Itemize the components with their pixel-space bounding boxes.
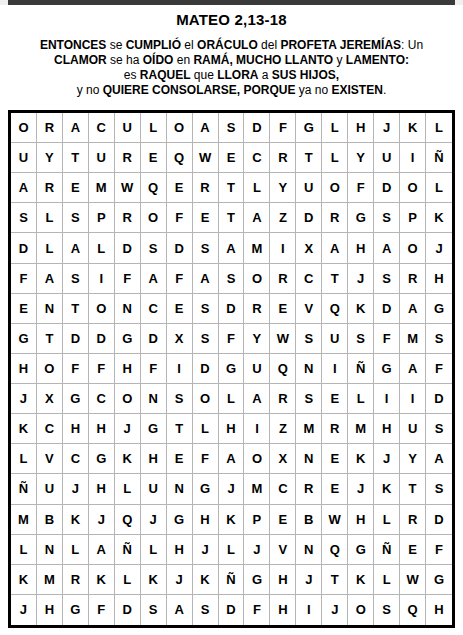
grid-cell[interactable]: L — [141, 535, 167, 565]
grid-cell[interactable]: M — [348, 414, 374, 444]
grid-cell[interactable]: Q — [400, 595, 426, 625]
grid-cell[interactable]: D — [296, 203, 322, 233]
passage-text: y no — [77, 83, 103, 97]
grid-cell[interactable]: L — [115, 474, 141, 504]
grid-cell[interactable]: G — [426, 565, 452, 595]
grid-cell[interactable]: A — [11, 173, 37, 203]
grid-cell[interactable]: R — [400, 264, 426, 294]
grid-cell[interactable]: H — [89, 414, 115, 444]
grid-cell[interactable]: J — [141, 505, 167, 535]
grid-cell[interactable]: Y — [400, 444, 426, 474]
grid-cell[interactable]: I — [400, 143, 426, 173]
grid-cell[interactable]: D — [374, 294, 400, 324]
grid-cell[interactable]: L — [219, 535, 245, 565]
grid-cell[interactable]: G — [193, 474, 219, 504]
grid-cell[interactable]: T — [322, 565, 348, 595]
grid-cell[interactable]: G — [219, 354, 245, 384]
grid-cell[interactable]: A — [63, 113, 89, 143]
grid-cell[interactable]: S — [193, 595, 219, 625]
grid-cell[interactable]: S — [426, 324, 452, 354]
grid-cell[interactable]: F — [141, 354, 167, 384]
grid-cell[interactable]: F — [89, 595, 115, 625]
grid-cell[interactable]: R — [37, 173, 63, 203]
grid-cell[interactable]: H — [270, 565, 296, 595]
grid-cell[interactable]: J — [167, 565, 193, 595]
grid-cell[interactable]: K — [11, 565, 37, 595]
grid-cell[interactable]: S — [63, 203, 89, 233]
grid-cell[interactable]: E — [11, 294, 37, 324]
grid-cell[interactable]: Ñ — [374, 535, 400, 565]
grid-cell[interactable]: L — [426, 173, 452, 203]
grid-cell[interactable]: D — [167, 233, 193, 263]
grid-cell[interactable]: V — [37, 444, 63, 474]
grid-cell[interactable]: E — [270, 294, 296, 324]
grid-cell[interactable]: I — [89, 264, 115, 294]
grid-cell[interactable]: V — [296, 294, 322, 324]
grid-cell[interactable]: P — [244, 505, 270, 535]
grid-cell[interactable]: S — [167, 384, 193, 414]
grid-cell[interactable]: I — [374, 384, 400, 414]
grid-cell[interactable]: J — [296, 565, 322, 595]
grid-cell[interactable]: U — [37, 474, 63, 504]
grid-cell[interactable]: U — [141, 474, 167, 504]
grid-cell[interactable]: S — [63, 264, 89, 294]
grid-cell[interactable]: A — [37, 264, 63, 294]
grid-cell[interactable]: K — [141, 565, 167, 595]
grid-cell[interactable]: D — [193, 354, 219, 384]
grid-cell[interactable]: Q — [115, 505, 141, 535]
grid-cell[interactable]: G — [115, 324, 141, 354]
grid-cell[interactable]: N — [141, 384, 167, 414]
grid-cell[interactable]: E — [167, 173, 193, 203]
grid-cell[interactable]: H — [167, 535, 193, 565]
grid-cell[interactable]: S — [426, 414, 452, 444]
grid-cell[interactable]: J — [374, 113, 400, 143]
grid-cell[interactable]: S — [426, 474, 452, 504]
grid-cell[interactable]: Y — [348, 143, 374, 173]
grid-cell[interactable]: E — [322, 384, 348, 414]
grid-cell[interactable]: L — [374, 565, 400, 595]
grid-cell[interactable]: I — [167, 354, 193, 384]
grid-cell[interactable]: N — [296, 354, 322, 384]
grid-cell[interactable]: R — [244, 294, 270, 324]
grid-cell[interactable]: T — [63, 294, 89, 324]
grid-cell[interactable]: E — [322, 444, 348, 474]
grid-cell[interactable]: A — [141, 264, 167, 294]
grid-cell[interactable]: B — [296, 505, 322, 535]
grid-cell[interactable]: A — [244, 203, 270, 233]
grid-cell[interactable]: Q — [167, 143, 193, 173]
grid-cell[interactable]: L — [37, 203, 63, 233]
grid-cell[interactable]: A — [219, 233, 245, 263]
grid-cell[interactable]: O — [400, 233, 426, 263]
grid-cell[interactable]: F — [426, 354, 452, 384]
grid-cell[interactable]: N — [296, 535, 322, 565]
grid-cell[interactable]: Ñ — [426, 143, 452, 173]
grid-cell[interactable]: G — [63, 384, 89, 414]
passage-text: : Un — [401, 38, 423, 52]
grid-cell[interactable]: H — [11, 354, 37, 384]
grid-cell[interactable]: K — [115, 444, 141, 474]
grid-cell[interactable]: L — [115, 565, 141, 595]
grid-cell[interactable]: R — [63, 565, 89, 595]
grid-cell[interactable]: J — [11, 384, 37, 414]
passage-text: en — [173, 53, 193, 67]
grid-cell[interactable]: T — [167, 414, 193, 444]
grid-cell[interactable]: F — [167, 203, 193, 233]
grid-cell[interactable]: A — [63, 233, 89, 263]
grid-cell[interactable]: V — [270, 535, 296, 565]
grid-cell[interactable]: F — [426, 535, 452, 565]
grid-cell[interactable]: H — [63, 414, 89, 444]
grid-cell[interactable]: D — [115, 595, 141, 625]
grid-cell[interactable]: S — [374, 203, 400, 233]
grid-cell[interactable]: Ñ — [219, 565, 245, 595]
grid-cell[interactable]: N — [37, 294, 63, 324]
grid-cell[interactable]: O — [322, 173, 348, 203]
grid-cell[interactable]: W — [322, 505, 348, 535]
grid-cell[interactable]: D — [374, 173, 400, 203]
grid-cell[interactable]: W — [400, 565, 426, 595]
grid-cell[interactable]: N — [167, 474, 193, 504]
grid-cell[interactable]: I — [400, 384, 426, 414]
grid-cell[interactable]: L — [11, 535, 37, 565]
grid-cell[interactable]: O — [167, 113, 193, 143]
passage-keyword: PROFETA JEREMÍAS — [280, 38, 401, 52]
grid-cell[interactable]: A — [400, 354, 426, 384]
grid-cell[interactable]: T — [219, 173, 245, 203]
grid-cell[interactable]: K — [348, 565, 374, 595]
grid-cell[interactable]: J — [115, 414, 141, 444]
grid-cell[interactable]: T — [296, 143, 322, 173]
grid-cell[interactable]: Ñ — [115, 535, 141, 565]
grid-cell[interactable]: F — [193, 444, 219, 474]
worksheet-page: MATEO 2,13-18 ENTONCES se CUMPLIÓ el ORÁ… — [0, 0, 463, 635]
grid-cell[interactable]: S — [348, 324, 374, 354]
grid-cell[interactable]: I — [270, 233, 296, 263]
grid-cell[interactable]: J — [374, 444, 400, 474]
grid-cell[interactable]: X — [270, 444, 296, 474]
grid-cell[interactable]: O — [115, 384, 141, 414]
grid-cell[interactable]: E — [141, 143, 167, 173]
grid-cell[interactable]: Ñ — [11, 474, 37, 504]
grid-cell[interactable]: N — [37, 535, 63, 565]
grid-cell[interactable]: S — [193, 294, 219, 324]
grid-cell[interactable]: J — [11, 595, 37, 625]
grid-cell[interactable]: U — [322, 324, 348, 354]
grid-cell[interactable]: F — [348, 173, 374, 203]
grid-cell[interactable]: G — [374, 354, 400, 384]
grid-cell[interactable]: C — [63, 444, 89, 474]
grid-cell[interactable]: B — [37, 505, 63, 535]
grid-cell[interactable]: W — [270, 324, 296, 354]
grid-cell[interactable]: M — [37, 565, 63, 595]
grid-cell[interactable]: R — [296, 474, 322, 504]
grid-cell[interactable]: E — [322, 474, 348, 504]
grid-cell[interactable]: F — [11, 264, 37, 294]
grid-cell[interactable]: F — [374, 324, 400, 354]
grid-cell[interactable]: A — [374, 233, 400, 263]
grid-cell[interactable]: L — [193, 414, 219, 444]
grid-cell[interactable]: H — [270, 595, 296, 625]
grid-cell[interactable]: S — [11, 203, 37, 233]
grid-cell[interactable]: U — [296, 173, 322, 203]
grid-cell[interactable]: T — [400, 474, 426, 504]
grid-cell[interactable]: U — [244, 354, 270, 384]
grid-cell[interactable]: C — [270, 474, 296, 504]
grid-cell[interactable]: L — [244, 173, 270, 203]
grid-cell[interactable]: R — [115, 143, 141, 173]
grid-cell[interactable]: G — [167, 505, 193, 535]
grid-cell[interactable]: E — [270, 505, 296, 535]
passage-text: a — [259, 68, 272, 82]
grid-cell[interactable]: C — [296, 264, 322, 294]
grid-cell[interactable]: G — [63, 595, 89, 625]
grid-cell[interactable]: M — [11, 505, 37, 535]
grid-cell[interactable]: S — [141, 233, 167, 263]
grid-cell[interactable]: K — [193, 565, 219, 595]
grid-cell[interactable]: E — [193, 203, 219, 233]
grid-cell[interactable]: T — [63, 143, 89, 173]
grid-cell[interactable]: D — [219, 294, 245, 324]
grid-cell[interactable]: K — [63, 505, 89, 535]
grid-cell[interactable]: F — [89, 354, 115, 384]
grid-cell[interactable]: E — [63, 173, 89, 203]
grid-cell[interactable]: H — [348, 113, 374, 143]
grid-cell[interactable]: G — [348, 535, 374, 565]
grid-cell[interactable]: C — [141, 294, 167, 324]
grid-cell[interactable]: Q — [270, 354, 296, 384]
grid-cell[interactable]: D — [426, 505, 452, 535]
passage-text: el — [181, 38, 197, 52]
grid-cell[interactable]: D — [141, 324, 167, 354]
grid-cell[interactable]: I — [244, 414, 270, 444]
grid-cell[interactable]: R — [37, 113, 63, 143]
grid-cell[interactable]: O — [37, 354, 63, 384]
grid-cell[interactable]: O — [244, 264, 270, 294]
grid-cell[interactable]: M — [400, 324, 426, 354]
grid-cell[interactable]: O — [193, 384, 219, 414]
grid-cell[interactable]: N — [296, 444, 322, 474]
grid-cell[interactable]: L — [219, 384, 245, 414]
grid-cell[interactable]: Q — [141, 173, 167, 203]
grid-cell[interactable]: T — [37, 324, 63, 354]
grid-cell[interactable]: J — [348, 474, 374, 504]
grid-cell[interactable]: Ñ — [348, 354, 374, 384]
grid-cell[interactable]: S — [219, 113, 245, 143]
grid-cell[interactable]: D — [244, 113, 270, 143]
grid-cell[interactable]: D — [219, 595, 245, 625]
grid-cell[interactable]: S — [296, 384, 322, 414]
grid-cell[interactable]: F — [167, 264, 193, 294]
grid-cell[interactable]: O — [244, 444, 270, 474]
grid-cell[interactable]: W — [193, 143, 219, 173]
grid-cell[interactable]: F — [63, 354, 89, 384]
grid-cell[interactable]: L — [426, 113, 452, 143]
grid-cell[interactable]: K — [348, 294, 374, 324]
grid-cell[interactable]: K — [89, 565, 115, 595]
grid-cell[interactable]: R — [270, 384, 296, 414]
grid-cell[interactable]: R — [322, 414, 348, 444]
grid-cell[interactable]: U — [374, 143, 400, 173]
grid-cell[interactable]: A — [89, 535, 115, 565]
grid-cell[interactable]: L — [348, 384, 374, 414]
grid-cell[interactable]: J — [322, 595, 348, 625]
grid-cell[interactable]: R — [270, 143, 296, 173]
grid-cell[interactable]: H — [89, 474, 115, 504]
grid-cell[interactable]: O — [11, 113, 37, 143]
grid-cell[interactable]: A — [167, 595, 193, 625]
grid-cell[interactable]: H — [348, 233, 374, 263]
grid-cell[interactable]: R — [322, 203, 348, 233]
passage: ENTONCES se CUMPLIÓ el ORÁCULO del PROFE… — [0, 38, 463, 98]
grid-cell[interactable]: A — [322, 233, 348, 263]
grid-cell[interactable]: G — [244, 565, 270, 595]
grid-cell[interactable]: I — [296, 595, 322, 625]
grid-cell[interactable]: A — [193, 264, 219, 294]
grid-cell[interactable]: Z — [270, 203, 296, 233]
grid-cell[interactable]: M — [244, 233, 270, 263]
grid-cell[interactable]: J — [348, 264, 374, 294]
grid-cell[interactable]: S — [141, 595, 167, 625]
grid-cell[interactable]: A — [426, 444, 452, 474]
grid-cell[interactable]: H — [115, 354, 141, 384]
grid-cell[interactable]: L — [141, 113, 167, 143]
grid-cell[interactable]: K — [400, 113, 426, 143]
grid-cell[interactable]: G — [426, 294, 452, 324]
grid-cell[interactable]: G — [89, 444, 115, 474]
grid-cell[interactable]: Y — [270, 173, 296, 203]
grid-cell[interactable]: L — [374, 505, 400, 535]
grid-cell[interactable]: R — [115, 203, 141, 233]
grid-cell[interactable]: O — [89, 294, 115, 324]
grid-cell[interactable]: S — [193, 324, 219, 354]
passage-keyword: RAQUEL — [140, 68, 191, 82]
grid-cell[interactable]: S — [193, 233, 219, 263]
grid-cell[interactable]: O — [141, 203, 167, 233]
grid-cell[interactable]: J — [63, 474, 89, 504]
grid-cell[interactable]: P — [89, 203, 115, 233]
grid-cell[interactable]: G — [11, 324, 37, 354]
grid-cell[interactable]: F — [115, 264, 141, 294]
grid-cell[interactable]: D — [11, 233, 37, 263]
grid-cell[interactable]: L — [63, 535, 89, 565]
grid-cell[interactable]: A — [219, 444, 245, 474]
grid-cell[interactable]: U — [115, 113, 141, 143]
grid-cell[interactable]: H — [426, 264, 452, 294]
grid-cell[interactable]: X — [37, 384, 63, 414]
grid-cell[interactable]: C — [244, 143, 270, 173]
grid-cell[interactable]: O — [400, 173, 426, 203]
grid-cell[interactable]: C — [89, 384, 115, 414]
grid-cell[interactable]: E — [219, 143, 245, 173]
grid-cell[interactable]: G — [348, 203, 374, 233]
grid-cell[interactable]: P — [400, 203, 426, 233]
grid-cell[interactable]: J — [244, 535, 270, 565]
grid-cell[interactable]: E — [167, 444, 193, 474]
grid-cell[interactable]: D — [426, 384, 452, 414]
grid-cell[interactable]: L — [322, 113, 348, 143]
grid-cell[interactable]: X — [167, 324, 193, 354]
grid-cell[interactable]: C — [37, 414, 63, 444]
grid-cell[interactable]: L — [37, 233, 63, 263]
grid-cell[interactable]: D — [63, 324, 89, 354]
grid-cell[interactable]: R — [400, 505, 426, 535]
grid-cell[interactable]: G — [296, 113, 322, 143]
grid-cell[interactable]: L — [322, 143, 348, 173]
grid-cell[interactable]: Q — [322, 294, 348, 324]
grid-cell[interactable]: J — [89, 505, 115, 535]
grid-cell[interactable]: H — [219, 414, 245, 444]
grid-cell[interactable]: X — [296, 233, 322, 263]
grid-cell[interactable]: I — [322, 354, 348, 384]
grid-cell[interactable]: H — [426, 595, 452, 625]
grid-cell[interactable]: L — [89, 233, 115, 263]
grid-cell[interactable]: R — [270, 264, 296, 294]
grid-cell[interactable]: G — [141, 414, 167, 444]
grid-cell[interactable]: K — [11, 414, 37, 444]
grid-cell[interactable]: S — [296, 324, 322, 354]
grid-cell[interactable]: T — [322, 264, 348, 294]
grid-cell[interactable]: F — [244, 595, 270, 625]
grid-cell[interactable]: U — [400, 414, 426, 444]
grid-cell[interactable]: S — [374, 595, 400, 625]
grid-cell[interactable]: K — [219, 505, 245, 535]
grid-cell[interactable]: J — [426, 233, 452, 263]
grid-cell[interactable]: U — [11, 143, 37, 173]
grid-cell[interactable]: Z — [270, 414, 296, 444]
grid-cell[interactable]: N — [115, 294, 141, 324]
grid-cell[interactable]: S — [219, 264, 245, 294]
grid-cell[interactable]: E — [400, 535, 426, 565]
grid-cell[interactable]: H — [37, 595, 63, 625]
grid-cell[interactable]: A — [400, 294, 426, 324]
grid-cell[interactable]: Q — [322, 535, 348, 565]
grid-cell[interactable]: H — [193, 505, 219, 535]
grid-cell[interactable]: M — [89, 173, 115, 203]
grid-cell[interactable]: T — [219, 203, 245, 233]
grid-cell[interactable]: E — [167, 294, 193, 324]
grid-cell[interactable]: K — [426, 203, 452, 233]
grid-cell[interactable]: K — [374, 474, 400, 504]
grid-cell[interactable]: U — [89, 143, 115, 173]
grid-cell[interactable]: A — [244, 384, 270, 414]
grid-cell[interactable]: S — [374, 264, 400, 294]
grid-cell[interactable]: Y — [37, 143, 63, 173]
passage-text: del — [258, 38, 281, 52]
grid-cell[interactable]: D — [115, 233, 141, 263]
passage-text: que — [190, 68, 217, 82]
grid-cell[interactable]: D — [89, 324, 115, 354]
grid-cell[interactable]: M — [296, 414, 322, 444]
grid-cell[interactable]: H — [141, 444, 167, 474]
grid-cell[interactable]: O — [348, 595, 374, 625]
grid-cell[interactable]: H — [348, 505, 374, 535]
grid-cell[interactable]: L — [11, 444, 37, 474]
grid-cell[interactable]: R — [193, 173, 219, 203]
grid-cell[interactable]: K — [348, 444, 374, 474]
grid-cell[interactable]: J — [219, 474, 245, 504]
grid-cell[interactable]: J — [193, 535, 219, 565]
grid-cell[interactable]: Y — [244, 324, 270, 354]
grid-cell[interactable]: H — [374, 414, 400, 444]
grid-cell[interactable]: A — [193, 113, 219, 143]
grid-cell[interactable]: W — [115, 173, 141, 203]
grid-cell[interactable]: M — [244, 474, 270, 504]
grid-cell[interactable]: F — [270, 113, 296, 143]
grid-cell[interactable]: F — [219, 324, 245, 354]
grid-cell[interactable]: C — [89, 113, 115, 143]
